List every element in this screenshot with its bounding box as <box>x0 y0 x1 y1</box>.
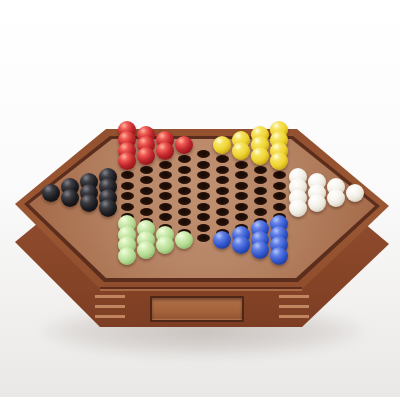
marble-green[interactable] <box>156 236 174 254</box>
marble-red[interactable] <box>156 142 174 160</box>
hole-c6-r4[interactable] <box>140 166 153 174</box>
marble-red[interactable] <box>118 152 136 170</box>
game-board <box>0 0 400 397</box>
marble-white[interactable] <box>327 189 345 207</box>
hole-c8-r8[interactable] <box>178 218 191 226</box>
hole-c11-r4[interactable] <box>235 171 248 179</box>
marble-yellow[interactable] <box>213 136 231 154</box>
hole-c6-r6[interactable] <box>140 187 153 195</box>
hole-c7-r8[interactable] <box>159 213 172 221</box>
marble-black[interactable] <box>80 194 98 212</box>
hole-c9-r8[interactable] <box>197 224 210 232</box>
hole-c8-r7[interactable] <box>178 208 191 216</box>
hole-c5-r5[interactable] <box>121 171 134 179</box>
hole-c9-r3[interactable] <box>197 171 210 179</box>
hole-c5-r7[interactable] <box>121 192 134 200</box>
hole-c12-r4[interactable] <box>254 166 267 174</box>
hole-c13-r6[interactable] <box>273 182 286 190</box>
hole-c10-r8[interactable] <box>216 218 229 226</box>
hole-c11-r8[interactable] <box>235 213 248 221</box>
marble-blue[interactable] <box>251 241 269 259</box>
hole-c6-r5[interactable] <box>140 176 153 184</box>
marble-black[interactable] <box>42 184 60 202</box>
hole-c10-r6[interactable] <box>216 197 229 205</box>
hole-c9-r4[interactable] <box>197 182 210 190</box>
hole-c11-r5[interactable] <box>235 182 248 190</box>
hole-c10-r4[interactable] <box>216 176 229 184</box>
hole-c5-r6[interactable] <box>121 182 134 190</box>
hole-c11-r6[interactable] <box>235 192 248 200</box>
hole-c7-r4[interactable] <box>159 171 172 179</box>
marble-red[interactable] <box>175 136 193 154</box>
hole-c10-r2[interactable] <box>216 155 229 163</box>
marble-blue[interactable] <box>232 236 250 254</box>
hole-c9-r6[interactable] <box>197 203 210 211</box>
hole-c7-r3[interactable] <box>159 161 172 169</box>
marble-yellow[interactable] <box>270 152 288 170</box>
hole-c7-r5[interactable] <box>159 182 172 190</box>
marble-blue[interactable] <box>213 231 231 249</box>
hole-c9-r2[interactable] <box>197 161 210 169</box>
hole-c9-r7[interactable] <box>197 213 210 221</box>
marble-yellow[interactable] <box>251 147 269 165</box>
hole-c8-r2[interactable] <box>178 155 191 163</box>
hole-c13-r7[interactable] <box>273 192 286 200</box>
marble-white[interactable] <box>308 194 326 212</box>
hole-c10-r3[interactable] <box>216 166 229 174</box>
hole-c10-r5[interactable] <box>216 187 229 195</box>
marble-white[interactable] <box>346 184 364 202</box>
hole-c6-r8[interactable] <box>140 208 153 216</box>
hole-c12-r6[interactable] <box>254 187 267 195</box>
hole-c8-r3[interactable] <box>178 166 191 174</box>
marble-yellow[interactable] <box>232 142 250 160</box>
photo-scene <box>0 0 400 397</box>
hole-c13-r5[interactable] <box>273 171 286 179</box>
hole-c12-r7[interactable] <box>254 197 267 205</box>
hole-c11-r3[interactable] <box>235 161 248 169</box>
hole-c12-r8[interactable] <box>254 208 267 216</box>
hole-c10-r7[interactable] <box>216 208 229 216</box>
marble-green[interactable] <box>137 241 155 259</box>
marble-black[interactable] <box>61 189 79 207</box>
marble-green[interactable] <box>175 231 193 249</box>
marble-blue[interactable] <box>270 247 288 265</box>
hole-c6-r7[interactable] <box>140 197 153 205</box>
hole-c7-r7[interactable] <box>159 203 172 211</box>
hole-c8-r6[interactable] <box>178 197 191 205</box>
hole-c12-r5[interactable] <box>254 176 267 184</box>
marble-red[interactable] <box>137 147 155 165</box>
hole-c9-r5[interactable] <box>197 192 210 200</box>
hole-c5-r8[interactable] <box>121 203 134 211</box>
hole-c9-r9[interactable] <box>197 234 210 242</box>
hole-c8-r5[interactable] <box>178 187 191 195</box>
marble-white[interactable] <box>289 199 307 217</box>
hole-c9-r1[interactable] <box>197 150 210 158</box>
hole-c13-r8[interactable] <box>273 203 286 211</box>
marble-black[interactable] <box>99 199 117 217</box>
hole-c7-r6[interactable] <box>159 192 172 200</box>
hole-c11-r7[interactable] <box>235 203 248 211</box>
marble-green[interactable] <box>118 247 136 265</box>
hole-c8-r4[interactable] <box>178 176 191 184</box>
